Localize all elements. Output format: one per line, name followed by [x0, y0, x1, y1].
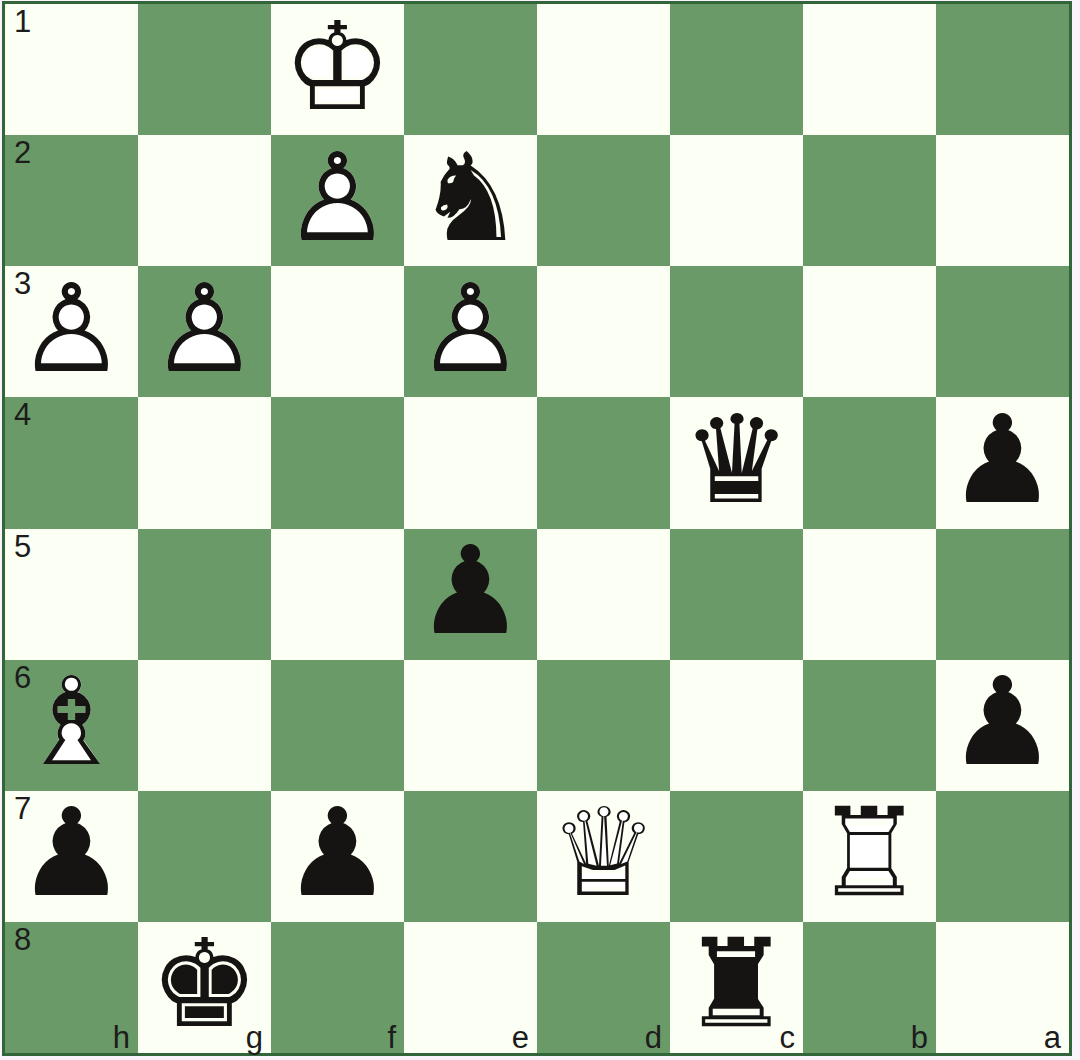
pawn-outline-icon: ♙ — [271, 135, 404, 266]
square-d5[interactable] — [537, 529, 670, 660]
square-a7[interactable] — [936, 791, 1069, 922]
white-pawn[interactable]: ♟♙ — [271, 135, 404, 266]
pawn-outline-icon: ♙ — [138, 266, 271, 397]
square-e5[interactable]: ♟ — [404, 529, 537, 660]
square-f6[interactable] — [271, 660, 404, 791]
square-c1[interactable] — [670, 4, 803, 135]
square-c8[interactable]: c♜ — [670, 922, 803, 1053]
file-label-e: e — [512, 1020, 529, 1056]
rank-label-2: 2 — [14, 136, 31, 170]
square-c6[interactable] — [670, 660, 803, 791]
file-label-d: d — [645, 1020, 662, 1056]
square-f2[interactable]: ♟♙ — [271, 135, 404, 266]
black-pawn[interactable]: ♟ — [271, 791, 404, 922]
square-e3[interactable]: ♟♙ — [404, 266, 537, 397]
rank-label-6: 6 — [14, 661, 31, 695]
square-b7[interactable]: ♜♖ — [803, 791, 936, 922]
square-b4[interactable] — [803, 397, 936, 528]
file-label-f: f — [387, 1020, 396, 1056]
square-a3[interactable] — [936, 266, 1069, 397]
square-d8[interactable]: d — [537, 922, 670, 1053]
square-d2[interactable] — [537, 135, 670, 266]
square-b5[interactable] — [803, 529, 936, 660]
square-f7[interactable]: ♟ — [271, 791, 404, 922]
square-f3[interactable] — [271, 266, 404, 397]
square-h3[interactable]: 3♟♙ — [5, 266, 138, 397]
square-a6[interactable]: ♟ — [936, 660, 1069, 791]
black-pawn[interactable]: ♟ — [404, 529, 537, 660]
square-c7[interactable] — [670, 791, 803, 922]
square-g3[interactable]: ♟♙ — [138, 266, 271, 397]
square-e2[interactable]: ♞ — [404, 135, 537, 266]
black-pawn[interactable]: ♟ — [936, 397, 1069, 528]
white-queen[interactable]: ♛♕ — [537, 791, 670, 922]
square-a5[interactable] — [936, 529, 1069, 660]
file-label-a: a — [1044, 1020, 1061, 1056]
pawn-icon: ♟ — [936, 397, 1069, 528]
square-g4[interactable] — [138, 397, 271, 528]
square-b1[interactable] — [803, 4, 936, 135]
square-g6[interactable] — [138, 660, 271, 791]
square-c4[interactable]: ♛ — [670, 397, 803, 528]
square-a1[interactable] — [936, 4, 1069, 135]
square-g8[interactable]: g♚ — [138, 922, 271, 1053]
square-d3[interactable] — [537, 266, 670, 397]
square-c2[interactable] — [670, 135, 803, 266]
white-king[interactable]: ♚♔ — [271, 4, 404, 135]
square-a4[interactable]: ♟ — [936, 397, 1069, 528]
square-b2[interactable] — [803, 135, 936, 266]
square-c3[interactable] — [670, 266, 803, 397]
chess-board: 1♚♔2♟♙♞3♟♙♟♙♟♙4♛♟5♟6♝♗♟7♟♟♛♕♜♖8hg♚fedc♜b… — [5, 4, 1069, 1053]
square-c5[interactable] — [670, 529, 803, 660]
queen-outline-icon: ♕ — [537, 791, 670, 922]
knight-icon: ♞ — [404, 135, 537, 266]
black-queen[interactable]: ♛ — [670, 397, 803, 528]
square-d6[interactable] — [537, 660, 670, 791]
square-f1[interactable]: ♚♔ — [271, 4, 404, 135]
square-h6[interactable]: 6♝♗ — [5, 660, 138, 791]
rank-label-5: 5 — [14, 530, 31, 564]
black-knight[interactable]: ♞ — [404, 135, 537, 266]
rank-label-8: 8 — [14, 923, 31, 957]
square-h5[interactable]: 5 — [5, 529, 138, 660]
rank-label-7: 7 — [14, 792, 31, 826]
queen-icon: ♛ — [670, 397, 803, 528]
square-g7[interactable] — [138, 791, 271, 922]
king-outline-icon: ♔ — [271, 4, 404, 135]
square-g5[interactable] — [138, 529, 271, 660]
square-b8[interactable]: b — [803, 922, 936, 1053]
square-d1[interactable] — [537, 4, 670, 135]
square-h2[interactable]: 2 — [5, 135, 138, 266]
rank-label-1: 1 — [14, 5, 31, 39]
pawn-icon: ♟ — [271, 791, 404, 922]
square-h4[interactable]: 4 — [5, 397, 138, 528]
file-label-b: b — [911, 1020, 928, 1056]
file-label-g: g — [246, 1020, 263, 1056]
square-e7[interactable] — [404, 791, 537, 922]
square-b3[interactable] — [803, 266, 936, 397]
chess-board-frame: 1♚♔2♟♙♞3♟♙♟♙♟♙4♛♟5♟6♝♗♟7♟♟♛♕♜♖8hg♚fedc♜b… — [2, 1, 1072, 1056]
square-d7[interactable]: ♛♕ — [537, 791, 670, 922]
square-h7[interactable]: 7♟ — [5, 791, 138, 922]
pawn-outline-icon: ♙ — [404, 266, 537, 397]
square-g1[interactable] — [138, 4, 271, 135]
square-g2[interactable] — [138, 135, 271, 266]
square-e8[interactable]: e — [404, 922, 537, 1053]
white-pawn[interactable]: ♟♙ — [138, 266, 271, 397]
file-label-h: h — [113, 1020, 130, 1056]
square-f4[interactable] — [271, 397, 404, 528]
rank-label-4: 4 — [14, 398, 31, 432]
white-rook[interactable]: ♜♖ — [803, 791, 936, 922]
rank-label-3: 3 — [14, 267, 31, 301]
black-pawn[interactable]: ♟ — [936, 660, 1069, 791]
square-h1[interactable]: 1 — [5, 4, 138, 135]
square-f8[interactable]: f — [271, 922, 404, 1053]
pawn-icon: ♟ — [404, 529, 537, 660]
square-e4[interactable] — [404, 397, 537, 528]
white-pawn[interactable]: ♟♙ — [404, 266, 537, 397]
square-b6[interactable] — [803, 660, 936, 791]
square-e6[interactable] — [404, 660, 537, 791]
rook-outline-icon: ♖ — [803, 791, 936, 922]
square-a8[interactable]: a — [936, 922, 1069, 1053]
square-d4[interactable] — [537, 397, 670, 528]
square-f5[interactable] — [271, 529, 404, 660]
pawn-icon: ♟ — [936, 660, 1069, 791]
square-e1[interactable] — [404, 4, 537, 135]
square-h8[interactable]: 8h — [5, 922, 138, 1053]
file-label-c: c — [780, 1020, 796, 1056]
square-a2[interactable] — [936, 135, 1069, 266]
